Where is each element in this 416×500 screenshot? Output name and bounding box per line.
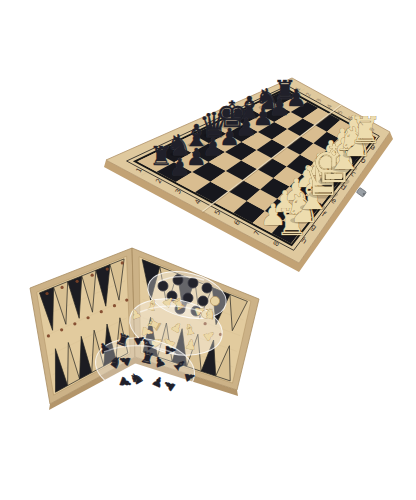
chessboard: ♜♞♝♛♚♝♞♜♟♟♟♟♟♟♟♟♟♟♟♟♟♟♟♟♜♞♝♛♚♝♞♜ (104, 75, 393, 272)
peg-hole (121, 261, 124, 264)
peg-hole (113, 304, 116, 307)
black-checker (158, 281, 168, 291)
natural-checker (210, 296, 219, 305)
peg-hole (73, 322, 76, 325)
game-set-scene: ♜♞♝♛♚♝♞♜♟♟♟♟♟♟♟♟♟♟♟♟♟♟♟♟♜♞♝♛♚♝♞♜11223344… (0, 0, 416, 500)
peg-hole (45, 292, 48, 295)
peg-hole (100, 310, 103, 313)
peg-hole (60, 286, 63, 289)
product-photo: ♜♞♝♛♚♝♞♜♟♟♟♟♟♟♟♟♟♟♟♟♟♟♟♟♜♞♝♛♚♝♞♜11223344… (0, 0, 416, 500)
white-rook: ♜ (349, 109, 382, 152)
peg-hole (86, 316, 89, 319)
black-checker (202, 283, 212, 293)
peg-hole (106, 267, 109, 270)
black-checker (188, 278, 198, 288)
peg-hole (91, 274, 94, 277)
peg-hole (125, 298, 128, 301)
metal-clasp-latch (356, 188, 366, 198)
peg-hole (60, 328, 63, 331)
peg-hole (76, 280, 79, 283)
peg-hole (47, 334, 50, 337)
